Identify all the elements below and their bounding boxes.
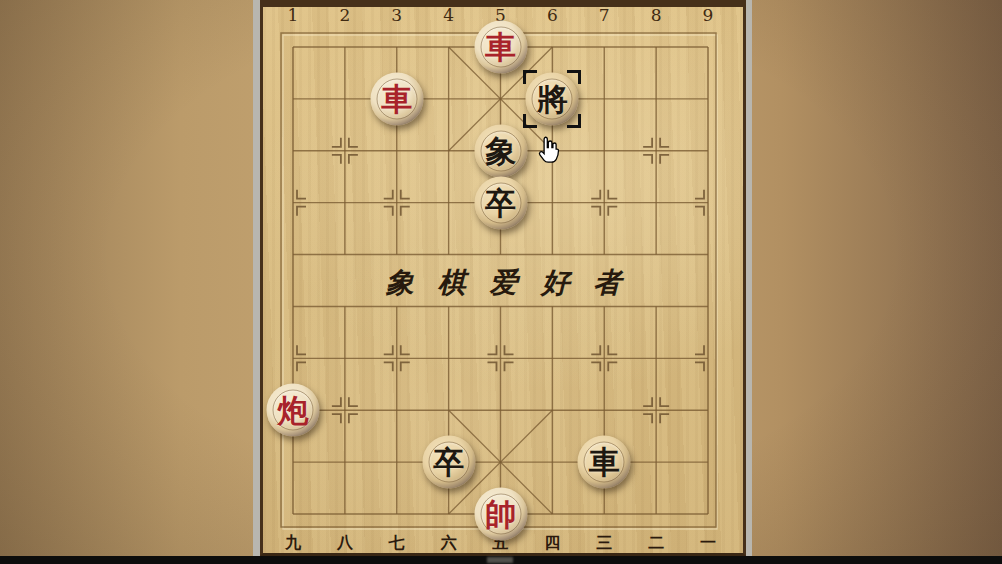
- xiangqi-app-screen: 123456789九八七六五四三二一 象棋爱好者 車車將象卒炮卒車帥: [0, 0, 1002, 564]
- piece-character: 車: [381, 83, 412, 114]
- file-label-bottom: 二: [648, 533, 664, 554]
- file-label-top: 7: [599, 5, 610, 25]
- file-label-bottom: 四: [544, 533, 560, 554]
- red-chariot[interactable]: 車: [370, 72, 423, 125]
- file-label-top: 3: [391, 5, 402, 25]
- file-label-bottom: 八: [337, 533, 353, 554]
- piece-character: 帥: [485, 499, 516, 530]
- hand-pointer-cursor: [537, 136, 560, 169]
- watermark-sliver: [487, 557, 513, 563]
- black-chariot[interactable]: 車: [578, 436, 631, 489]
- piece-character: 象: [485, 135, 516, 166]
- file-label-top: 8: [651, 5, 662, 25]
- piece-character: 卒: [433, 447, 464, 478]
- file-label-bottom: 七: [389, 533, 405, 554]
- file-label-top: 6: [547, 5, 558, 25]
- selection-brackets: [523, 70, 581, 128]
- river-character: 好: [541, 264, 569, 302]
- red-general[interactable]: 帥: [474, 488, 527, 541]
- file-label-top: 9: [703, 5, 714, 25]
- river-character: 爱: [490, 264, 518, 302]
- file-label-top: 4: [443, 5, 454, 25]
- river-character: 棋: [438, 264, 466, 302]
- piece-character: 炮: [278, 395, 309, 426]
- black-soldier[interactable]: 卒: [422, 436, 475, 489]
- black-elephant[interactable]: 象: [474, 124, 527, 177]
- file-label-top: 2: [339, 5, 350, 25]
- piece-character: 車: [485, 32, 516, 63]
- piece-character: 車: [589, 447, 620, 478]
- black-soldier[interactable]: 卒: [474, 176, 527, 229]
- xiangqi-board[interactable]: 123456789九八七六五四三二一 象棋爱好者 車車將象卒炮卒車帥: [253, 0, 752, 556]
- file-label-bottom: 三: [596, 533, 612, 554]
- red-cannon[interactable]: 炮: [267, 384, 320, 437]
- file-label-bottom: 九: [285, 533, 301, 554]
- file-label-top: 1: [288, 5, 299, 25]
- file-label-bottom: 六: [441, 533, 457, 554]
- file-label-bottom: 一: [700, 533, 716, 554]
- river-character: 者: [593, 264, 621, 302]
- red-chariot[interactable]: 車: [474, 21, 527, 74]
- river-character: 象: [386, 264, 414, 302]
- piece-character: 卒: [485, 187, 516, 218]
